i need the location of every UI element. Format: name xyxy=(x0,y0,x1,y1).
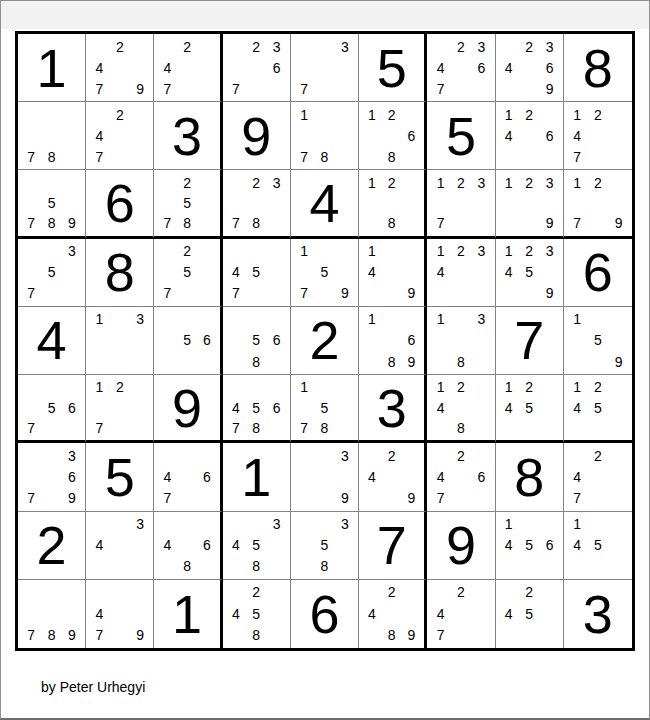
pencil-empty xyxy=(197,351,217,372)
pencil-digit-4: 4 xyxy=(430,57,450,78)
pencil-empty xyxy=(197,57,217,78)
pencil-digit-1: 1 xyxy=(430,241,450,262)
solved-digit: 9 xyxy=(223,102,290,169)
cell-r8c9[interactable]: 145 xyxy=(564,512,632,580)
pencil-marks: 1579 xyxy=(291,239,358,306)
cell-r3c1[interactable]: 5789 xyxy=(18,170,86,238)
cell-r9c9[interactable]: 3 xyxy=(564,580,632,648)
solved-digit: 1 xyxy=(223,443,290,510)
pencil-empty xyxy=(588,193,609,213)
cell-r5c8[interactable]: 7 xyxy=(496,307,564,375)
cell-r5c9[interactable]: 159 xyxy=(564,307,632,375)
pencil-marks: 34 xyxy=(86,512,153,579)
cell-r6c4[interactable]: 45678 xyxy=(223,375,291,443)
pencil-empty xyxy=(471,487,491,508)
pencil-empty xyxy=(110,514,130,535)
cell-r4c7[interactable]: 1234 xyxy=(427,239,495,307)
pencil-empty xyxy=(226,309,246,330)
cell-r6c2[interactable]: 127 xyxy=(86,375,154,443)
pencil-empty xyxy=(402,262,422,283)
pencil-digit-7: 7 xyxy=(21,487,41,508)
pencil-empty xyxy=(451,57,471,78)
cell-r2c3[interactable]: 3 xyxy=(154,102,222,170)
pencil-empty xyxy=(130,330,150,351)
pencil-marks: 2479 xyxy=(86,34,153,101)
pencil-empty xyxy=(539,398,559,418)
pencil-digit-3: 3 xyxy=(266,514,286,535)
pencil-empty xyxy=(226,241,246,262)
pencil-empty xyxy=(402,309,422,330)
pencil-digit-5: 5 xyxy=(41,398,61,418)
cell-r1c6[interactable]: 5 xyxy=(359,34,427,102)
pencil-empty xyxy=(41,283,61,304)
cell-r8c6[interactable]: 7 xyxy=(359,512,427,580)
cell-r2c7[interactable]: 5 xyxy=(427,102,495,170)
cell-r9c3[interactable]: 1 xyxy=(154,580,222,648)
pencil-digit-8: 8 xyxy=(382,625,402,646)
pencil-empty xyxy=(314,487,334,508)
cell-r2c8[interactable]: 1246 xyxy=(496,102,564,170)
pencil-empty xyxy=(567,193,588,213)
cell-r4c8[interactable]: 123459 xyxy=(496,239,564,307)
pencil-digit-5: 5 xyxy=(246,603,266,624)
pencil-digit-4: 4 xyxy=(499,603,519,624)
pencil-digit-2: 2 xyxy=(177,241,197,262)
pencil-empty xyxy=(608,125,629,146)
cell-r1c4[interactable]: 2367 xyxy=(223,34,291,102)
pencil-marks: 247 xyxy=(564,443,632,510)
pencil-empty xyxy=(539,262,559,283)
pencil-digit-2: 2 xyxy=(519,172,539,192)
pencil-digit-5: 5 xyxy=(246,398,266,418)
pencil-empty xyxy=(499,213,519,233)
cell-r9c4[interactable]: 2458 xyxy=(223,580,291,648)
pencil-digit-2: 2 xyxy=(382,582,402,603)
pencil-digit-8: 8 xyxy=(382,146,402,167)
pencil-marks: 3458 xyxy=(223,512,290,579)
pencil-empty xyxy=(226,514,246,535)
pencil-digit-7: 7 xyxy=(89,418,109,438)
cell-r1c1[interactable]: 1 xyxy=(18,34,86,102)
pencil-empty xyxy=(21,193,41,213)
cell-r1c3[interactable]: 247 xyxy=(154,34,222,102)
pencil-digit-7: 7 xyxy=(430,78,450,99)
pencil-empty xyxy=(41,104,61,125)
pencil-empty xyxy=(382,283,402,304)
cell-r3c4[interactable]: 2378 xyxy=(223,170,291,238)
cell-r7c3[interactable]: 467 xyxy=(154,443,222,511)
pencil-digit-9: 9 xyxy=(539,78,559,99)
pencil-empty xyxy=(266,603,286,624)
cell-r7c1[interactable]: 3679 xyxy=(18,443,86,511)
pencil-empty xyxy=(177,309,197,330)
cell-r4c2[interactable]: 8 xyxy=(86,239,154,307)
pencil-marks: 357 xyxy=(18,239,85,306)
solved-digit: 8 xyxy=(564,34,632,101)
pencil-digit-5: 5 xyxy=(41,262,61,283)
pencil-empty xyxy=(21,466,41,487)
pencil-empty xyxy=(197,445,217,466)
pencil-empty xyxy=(451,330,471,351)
pencil-empty xyxy=(62,193,82,213)
pencil-marks: 5789 xyxy=(18,170,85,235)
pencil-marks: 1245 xyxy=(564,375,632,440)
pencil-marks: 178 xyxy=(291,102,358,169)
pencil-empty xyxy=(130,535,150,556)
pencil-marks: 2378 xyxy=(223,170,290,235)
pencil-marks: 138 xyxy=(427,307,494,374)
pencil-digit-1: 1 xyxy=(294,241,314,262)
pencil-digit-2: 2 xyxy=(110,36,130,57)
cell-r9c1[interactable]: 789 xyxy=(18,580,86,648)
pencil-digit-8: 8 xyxy=(246,418,266,438)
pencil-empty xyxy=(335,377,355,397)
cell-r9c5[interactable]: 6 xyxy=(291,580,359,648)
pencil-empty xyxy=(110,582,130,603)
cell-r8c8[interactable]: 1456 xyxy=(496,512,564,580)
cell-r5c2[interactable]: 13 xyxy=(86,307,154,375)
cell-r4c9[interactable]: 6 xyxy=(564,239,632,307)
pencil-empty xyxy=(197,262,217,283)
pencil-empty xyxy=(197,36,217,57)
pencil-digit-4: 4 xyxy=(499,398,519,418)
pencil-empty xyxy=(266,556,286,577)
cell-r5c4[interactable]: 568 xyxy=(223,307,291,375)
pencil-empty xyxy=(471,418,491,438)
pencil-digit-2: 2 xyxy=(246,36,266,57)
pencil-empty xyxy=(294,514,314,535)
cell-r3c5[interactable]: 4 xyxy=(291,170,359,238)
pencil-empty xyxy=(89,556,109,577)
pencil-empty xyxy=(226,172,246,192)
pencil-empty xyxy=(89,330,109,351)
pencil-empty xyxy=(62,283,82,304)
pencil-digit-4: 4 xyxy=(226,262,246,283)
pencil-digit-7: 7 xyxy=(294,146,314,167)
pencil-digit-3: 3 xyxy=(62,445,82,466)
pencil-empty xyxy=(110,125,130,146)
pencil-empty xyxy=(471,283,491,304)
pencil-marks: 479 xyxy=(86,580,153,648)
pencil-digit-5: 5 xyxy=(314,262,334,283)
cell-r7c9[interactable]: 247 xyxy=(564,443,632,511)
pencil-empty xyxy=(130,418,150,438)
pencil-digit-3: 3 xyxy=(266,172,286,192)
pencil-empty xyxy=(62,172,82,192)
pencil-empty xyxy=(294,398,314,418)
pencil-empty xyxy=(588,418,609,438)
pencil-empty xyxy=(314,104,334,125)
pencil-empty xyxy=(588,487,609,508)
pencil-empty xyxy=(21,125,41,146)
pencil-empty xyxy=(266,535,286,556)
cell-r1c2[interactable]: 2479 xyxy=(86,34,154,102)
cell-r6c1[interactable]: 567 xyxy=(18,375,86,443)
cell-r8c3[interactable]: 468 xyxy=(154,512,222,580)
pencil-empty xyxy=(539,377,559,397)
cell-r5c6[interactable]: 1689 xyxy=(359,307,427,375)
pencil-digit-4: 4 xyxy=(499,262,519,283)
cell-r9c2[interactable]: 479 xyxy=(86,580,154,648)
pencil-empty xyxy=(266,78,286,99)
pencil-empty xyxy=(197,241,217,262)
cell-r2c2[interactable]: 247 xyxy=(86,102,154,170)
pencil-empty xyxy=(41,603,61,624)
pencil-marks: 23467 xyxy=(427,34,494,101)
cell-r4c6[interactable]: 149 xyxy=(359,239,427,307)
puzzle-page: 1247924723673752346723469878247391781268… xyxy=(0,0,650,720)
pencil-empty xyxy=(266,418,286,438)
solved-digit: 8 xyxy=(86,239,153,306)
pencil-empty xyxy=(539,582,559,603)
pencil-empty xyxy=(89,514,109,535)
pencil-digit-1: 1 xyxy=(567,309,588,330)
pencil-marks: 3679 xyxy=(18,443,85,510)
pencil-digit-1: 1 xyxy=(567,104,588,125)
pencil-empty xyxy=(157,36,177,57)
pencil-empty xyxy=(430,36,450,57)
cell-r2c9[interactable]: 1247 xyxy=(564,102,632,170)
pencil-empty xyxy=(62,603,82,624)
cell-r3c2[interactable]: 6 xyxy=(86,170,154,238)
pencil-empty xyxy=(471,445,491,466)
pencil-empty xyxy=(110,418,130,438)
cell-r9c7[interactable]: 247 xyxy=(427,580,495,648)
pencil-digit-1: 1 xyxy=(567,377,588,397)
pencil-empty xyxy=(177,487,197,508)
pencil-digit-9: 9 xyxy=(335,283,355,304)
cell-r6c7[interactable]: 1248 xyxy=(427,375,495,443)
pencil-digit-3: 3 xyxy=(130,514,150,535)
pencil-empty xyxy=(362,125,382,146)
pencil-digit-5: 5 xyxy=(246,330,266,351)
cell-r3c3[interactable]: 2578 xyxy=(154,170,222,238)
pencil-digit-5: 5 xyxy=(519,398,539,418)
pencil-empty xyxy=(471,582,491,603)
pencil-empty xyxy=(519,283,539,304)
pencil-digit-4: 4 xyxy=(89,603,109,624)
pencil-digit-7: 7 xyxy=(157,487,177,508)
pencil-empty xyxy=(402,193,422,213)
pencil-digit-7: 7 xyxy=(157,213,177,233)
cell-r6c9[interactable]: 1245 xyxy=(564,375,632,443)
pencil-digit-4: 4 xyxy=(157,466,177,487)
pencil-empty xyxy=(499,283,519,304)
pencil-empty xyxy=(177,283,197,304)
pencil-empty xyxy=(177,514,197,535)
cell-r8c1[interactable]: 2 xyxy=(18,512,86,580)
cell-r3c8[interactable]: 1239 xyxy=(496,170,564,238)
cell-r9c6[interactable]: 2489 xyxy=(359,580,427,648)
pencil-empty xyxy=(294,445,314,466)
pencil-empty xyxy=(451,309,471,330)
pencil-digit-2: 2 xyxy=(382,104,402,125)
pencil-empty xyxy=(335,556,355,577)
pencil-digit-9: 9 xyxy=(335,487,355,508)
pencil-digit-9: 9 xyxy=(130,625,150,646)
cell-r7c5[interactable]: 39 xyxy=(291,443,359,511)
pencil-empty xyxy=(402,466,422,487)
sudoku-board: 1247924723673752346723469878247391781268… xyxy=(15,31,635,651)
cell-r2c5[interactable]: 178 xyxy=(291,102,359,170)
pencil-digit-1: 1 xyxy=(499,241,519,262)
pencil-empty xyxy=(157,445,177,466)
cell-r8c4[interactable]: 3458 xyxy=(223,512,291,580)
pencil-digit-6: 6 xyxy=(402,330,422,351)
cell-r4c3[interactable]: 257 xyxy=(154,239,222,307)
pencil-digit-8: 8 xyxy=(246,351,266,372)
pencil-marks: 568 xyxy=(223,307,290,374)
pencil-digit-4: 4 xyxy=(430,398,450,418)
pencil-empty xyxy=(294,487,314,508)
pencil-digit-6: 6 xyxy=(471,466,491,487)
pencil-empty xyxy=(157,262,177,283)
pencil-empty xyxy=(335,104,355,125)
cell-r1c7[interactable]: 23467 xyxy=(427,34,495,102)
pencil-digit-8: 8 xyxy=(177,213,197,233)
pencil-empty xyxy=(89,582,109,603)
cell-r9c8[interactable]: 245 xyxy=(496,580,564,648)
pencil-empty xyxy=(382,241,402,262)
solved-digit: 6 xyxy=(86,170,153,235)
pencil-digit-5: 5 xyxy=(314,398,334,418)
pencil-empty xyxy=(130,603,150,624)
cell-r5c1[interactable]: 4 xyxy=(18,307,86,375)
pencil-empty xyxy=(246,57,266,78)
cell-r3c9[interactable]: 1279 xyxy=(564,170,632,238)
pencil-digit-6: 6 xyxy=(62,398,82,418)
pencil-digit-6: 6 xyxy=(471,57,491,78)
pencil-empty xyxy=(21,398,41,418)
pencil-digit-2: 2 xyxy=(588,377,609,397)
pencil-empty xyxy=(41,241,61,262)
pencil-digit-6: 6 xyxy=(539,535,559,556)
pencil-empty xyxy=(266,377,286,397)
cell-r4c5[interactable]: 1579 xyxy=(291,239,359,307)
cell-r1c8[interactable]: 23469 xyxy=(496,34,564,102)
pencil-empty xyxy=(335,241,355,262)
cell-r3c6[interactable]: 128 xyxy=(359,170,427,238)
cell-r5c5[interactable]: 2 xyxy=(291,307,359,375)
cell-r6c8[interactable]: 1245 xyxy=(496,375,564,443)
pencil-empty xyxy=(62,146,82,167)
cell-r5c3[interactable]: 56 xyxy=(154,307,222,375)
pencil-marks: 23469 xyxy=(496,34,563,101)
cell-r8c7[interactable]: 9 xyxy=(427,512,495,580)
pencil-digit-4: 4 xyxy=(226,535,246,556)
pencil-digit-2: 2 xyxy=(382,445,402,466)
pencil-marks: 567 xyxy=(18,375,85,440)
solved-digit: 8 xyxy=(496,443,563,510)
pencil-marks: 1268 xyxy=(359,102,424,169)
pencil-empty xyxy=(499,556,519,577)
pencil-empty xyxy=(246,283,266,304)
pencil-digit-9: 9 xyxy=(608,213,629,233)
pencil-empty xyxy=(177,351,197,372)
pencil-empty xyxy=(519,78,539,99)
cell-r2c6[interactable]: 1268 xyxy=(359,102,427,170)
cell-r4c1[interactable]: 357 xyxy=(18,239,86,307)
pencil-digit-4: 4 xyxy=(362,603,382,624)
pencil-empty xyxy=(130,125,150,146)
pencil-digit-4: 4 xyxy=(362,466,382,487)
cell-r6c3[interactable]: 9 xyxy=(154,375,222,443)
cell-r7c2[interactable]: 5 xyxy=(86,443,154,511)
pencil-digit-5: 5 xyxy=(519,603,539,624)
pencil-empty xyxy=(608,330,629,351)
pencil-empty xyxy=(519,146,539,167)
pencil-empty xyxy=(471,330,491,351)
pencil-empty xyxy=(21,172,41,192)
pencil-empty xyxy=(382,330,402,351)
pencil-marks: 127 xyxy=(86,375,153,440)
cell-r7c7[interactable]: 2467 xyxy=(427,443,495,511)
pencil-empty xyxy=(130,57,150,78)
solved-digit: 5 xyxy=(427,102,494,169)
cell-r2c4[interactable]: 9 xyxy=(223,102,291,170)
cell-r7c8[interactable]: 8 xyxy=(496,443,564,511)
cell-r1c9[interactable]: 8 xyxy=(564,34,632,102)
cell-r1c5[interactable]: 37 xyxy=(291,34,359,102)
pencil-empty xyxy=(335,125,355,146)
solved-digit: 1 xyxy=(154,580,219,648)
cell-r7c4[interactable]: 1 xyxy=(223,443,291,511)
pencil-empty xyxy=(402,213,422,233)
cell-r8c2[interactable]: 34 xyxy=(86,512,154,580)
pencil-empty xyxy=(567,556,588,577)
cell-r4c4[interactable]: 457 xyxy=(223,239,291,307)
pencil-digit-9: 9 xyxy=(62,625,82,646)
cell-r7c6[interactable]: 249 xyxy=(359,443,427,511)
pencil-empty xyxy=(335,398,355,418)
pencil-empty xyxy=(62,125,82,146)
pencil-empty xyxy=(362,487,382,508)
cell-r3c7[interactable]: 1237 xyxy=(427,170,495,238)
pencil-empty xyxy=(451,193,471,213)
pencil-digit-9: 9 xyxy=(62,213,82,233)
pencil-digit-1: 1 xyxy=(362,241,382,262)
pencil-empty xyxy=(471,213,491,233)
pencil-empty xyxy=(335,418,355,438)
pencil-empty xyxy=(157,556,177,577)
pencil-digit-1: 1 xyxy=(430,377,450,397)
pencil-empty xyxy=(226,193,246,213)
pencil-empty xyxy=(110,78,130,99)
pencil-empty xyxy=(539,193,559,213)
pencil-empty xyxy=(362,283,382,304)
pencil-digit-1: 1 xyxy=(430,309,450,330)
cell-r6c5[interactable]: 1578 xyxy=(291,375,359,443)
pencil-digit-8: 8 xyxy=(314,556,334,577)
cell-r8c5[interactable]: 358 xyxy=(291,512,359,580)
pencil-empty xyxy=(226,36,246,57)
pencil-digit-2: 2 xyxy=(177,36,197,57)
cell-r6c6[interactable]: 3 xyxy=(359,375,427,443)
cell-r5c7[interactable]: 138 xyxy=(427,307,495,375)
pencil-empty xyxy=(362,625,382,646)
pencil-empty xyxy=(266,351,286,372)
pencil-marks: 457 xyxy=(223,239,290,306)
pencil-digit-7: 7 xyxy=(21,213,41,233)
pencil-digit-4: 4 xyxy=(430,262,450,283)
pencil-digit-7: 7 xyxy=(89,146,109,167)
pencil-digit-4: 4 xyxy=(430,466,450,487)
pencil-empty xyxy=(246,309,266,330)
pencil-marks: 78 xyxy=(18,102,85,169)
cell-r2c1[interactable]: 78 xyxy=(18,102,86,170)
pencil-empty xyxy=(471,262,491,283)
pencil-digit-4: 4 xyxy=(226,603,246,624)
